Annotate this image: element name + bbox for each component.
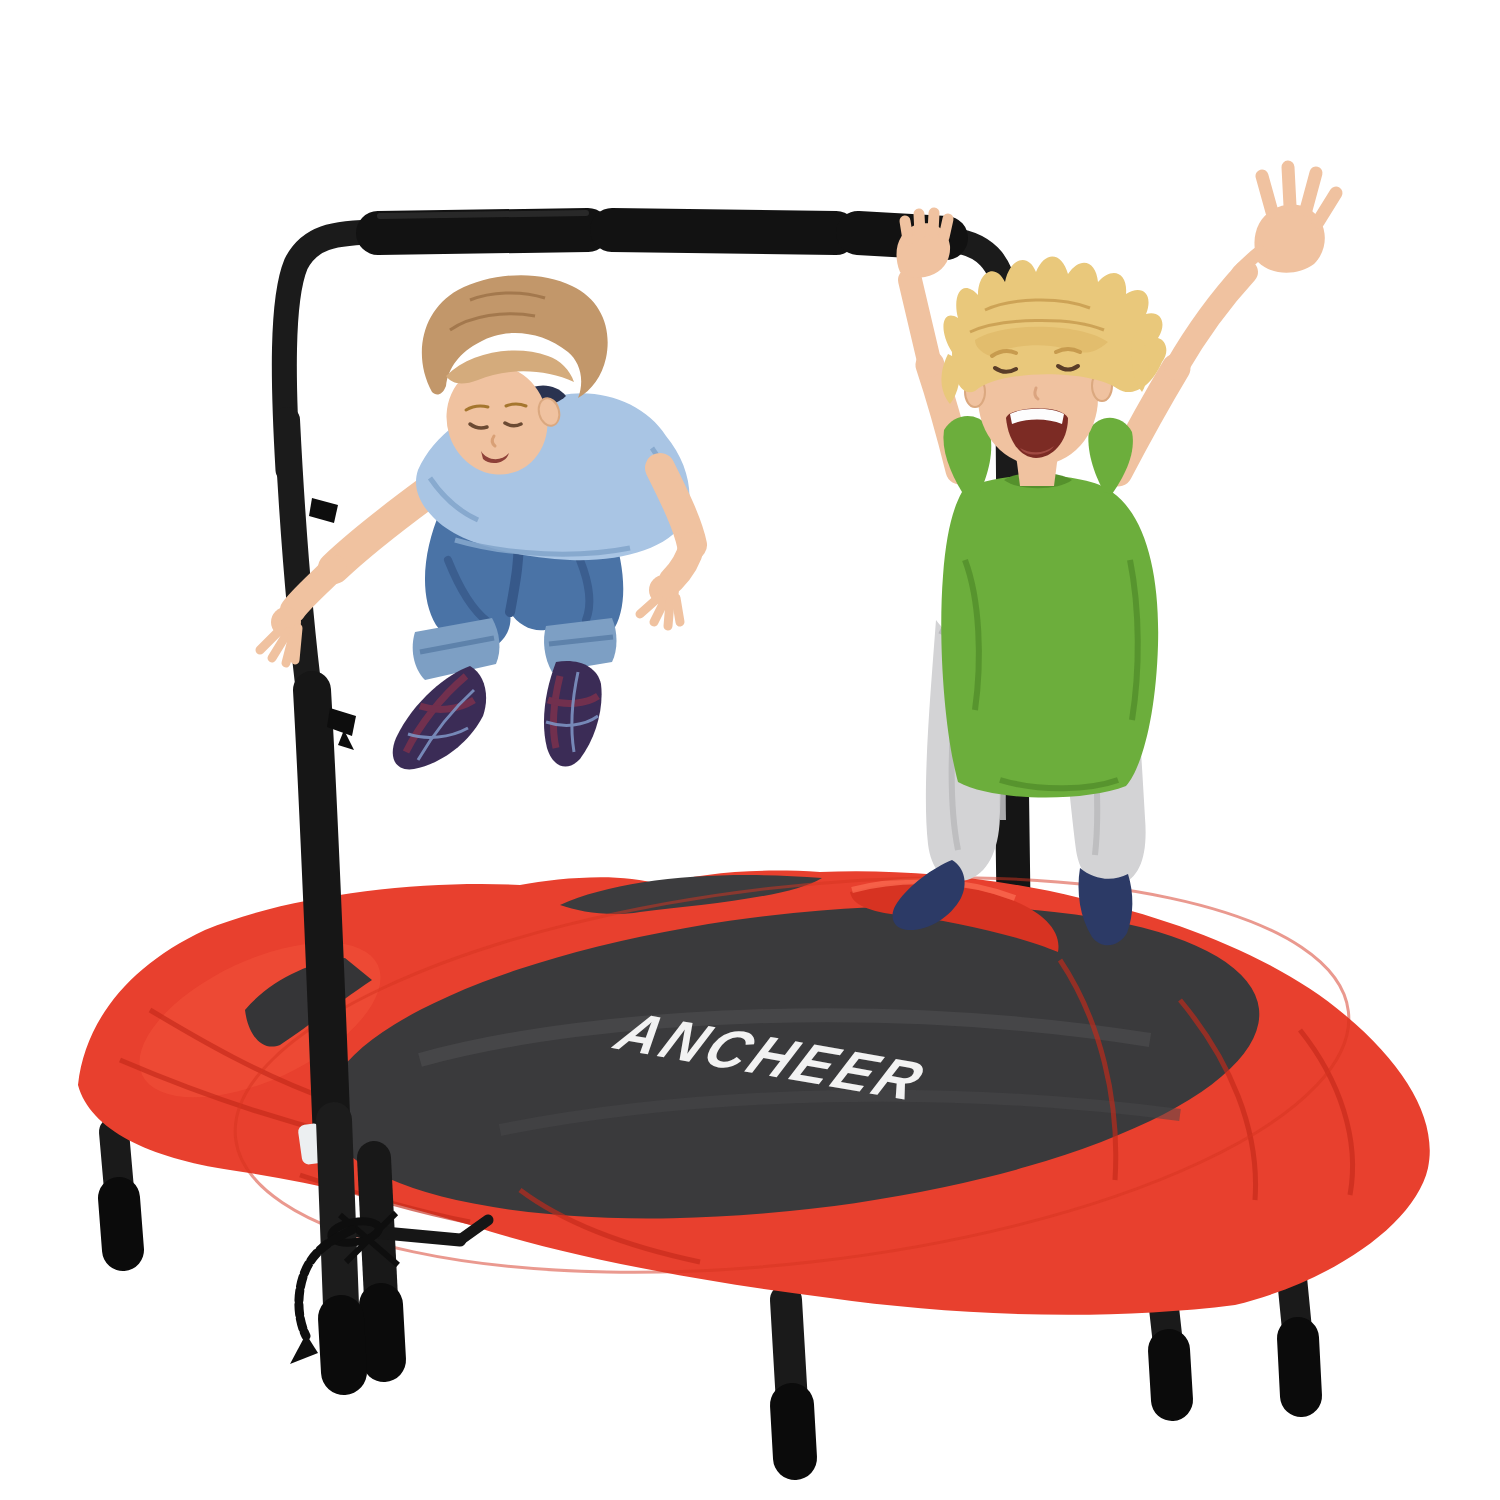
leg-right-foot [1169, 1350, 1172, 1400]
front-tube-main-foot [341, 1318, 344, 1372]
child-left-slipper-1 [393, 666, 486, 769]
child-right-shirt [941, 476, 1158, 798]
child-right [893, 167, 1336, 945]
leg-center-foot [792, 1405, 795, 1458]
leg-far-right-foot [1298, 1338, 1301, 1396]
foam-grip-1 [378, 230, 588, 233]
front-pole-sleeve [312, 690, 332, 1140]
child-right-hair [943, 256, 1166, 392]
foam-grip-2 [612, 230, 836, 233]
front-tube-rear-foot [381, 1305, 384, 1360]
trampoline-scene: ANCHEER [0, 0, 1500, 1500]
child-left-back-arm [334, 492, 428, 568]
grip-highlight [380, 213, 586, 216]
product-photo-stage: ANCHEER [0, 0, 1500, 1500]
child-right-hand-open [1254, 205, 1324, 273]
trampoline: ANCHEER [78, 825, 1430, 1458]
bungee-tail [290, 1334, 318, 1364]
pole-clamp-knob-upper [309, 498, 338, 523]
leg-left-foot [119, 1198, 123, 1250]
